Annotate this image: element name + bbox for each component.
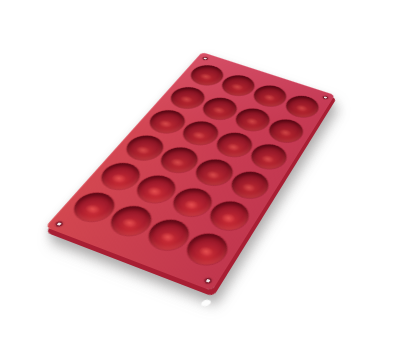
corner-hanging-hole <box>203 276 214 284</box>
product-photo: Overhead angled product photo of a red 2… <box>0 0 400 338</box>
mould-shadow-wrap <box>0 0 400 338</box>
mould-cavity <box>264 116 308 147</box>
corner-hanging-hole <box>54 220 65 228</box>
silicone-mould <box>45 52 335 291</box>
corner-hanging-hole <box>321 95 329 100</box>
corner-hanging-hole <box>201 56 209 61</box>
mould-cavity <box>246 141 292 174</box>
mould-cavity <box>226 168 274 203</box>
mould-cavity <box>281 92 323 121</box>
